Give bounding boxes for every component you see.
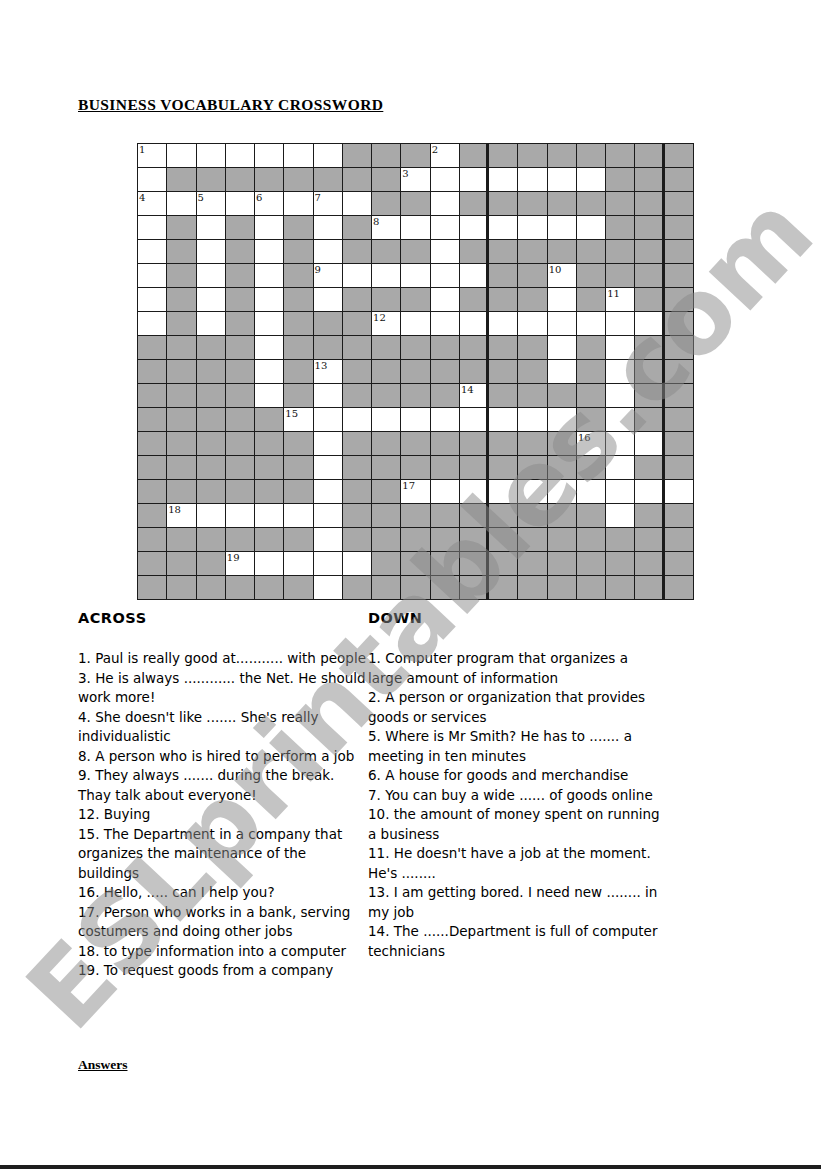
letter-cell[interactable] bbox=[197, 504, 226, 528]
letter-cell[interactable] bbox=[138, 312, 167, 336]
block-cell bbox=[343, 504, 372, 528]
clue-item: 5. Where is Mr Smith? He has to ....... … bbox=[368, 727, 664, 766]
letter-cell[interactable] bbox=[548, 216, 577, 240]
block-cell bbox=[431, 360, 460, 384]
letter-cell[interactable] bbox=[518, 168, 547, 192]
block-cell bbox=[401, 336, 430, 360]
clue-item: 1. Paul is really good at........... wit… bbox=[78, 649, 366, 669]
block-cell bbox=[489, 456, 518, 480]
letter-cell[interactable] bbox=[548, 168, 577, 192]
block-cell bbox=[518, 576, 547, 600]
letter-cell[interactable] bbox=[197, 144, 226, 168]
letter-cell[interactable] bbox=[431, 408, 460, 432]
letter-cell[interactable]: 18 bbox=[167, 504, 196, 528]
block-cell bbox=[284, 312, 313, 336]
block-cell bbox=[167, 432, 196, 456]
letter-cell[interactable] bbox=[197, 312, 226, 336]
block-cell bbox=[226, 288, 255, 312]
block-cell bbox=[548, 504, 577, 528]
letter-cell[interactable] bbox=[606, 384, 635, 408]
block-cell bbox=[197, 456, 226, 480]
block-cell bbox=[635, 264, 664, 288]
clue-number: 17 bbox=[402, 480, 415, 491]
block-cell bbox=[635, 192, 664, 216]
block-cell bbox=[226, 216, 255, 240]
letter-cell[interactable] bbox=[606, 336, 635, 360]
block-cell bbox=[343, 240, 372, 264]
letter-cell[interactable] bbox=[401, 216, 430, 240]
clue-item: 15. The Department in a company that org… bbox=[78, 825, 366, 884]
block-cell bbox=[372, 432, 401, 456]
block-cell bbox=[343, 336, 372, 360]
letter-cell[interactable] bbox=[314, 456, 343, 480]
clue-number: 3 bbox=[402, 168, 408, 179]
block-cell bbox=[255, 432, 284, 456]
block-cell bbox=[343, 528, 372, 552]
block-cell bbox=[665, 384, 694, 408]
block-cell bbox=[460, 576, 489, 600]
letter-cell[interactable] bbox=[372, 408, 401, 432]
letter-cell[interactable] bbox=[548, 360, 577, 384]
down-clue-list: 1. Computer program that organizes a lar… bbox=[368, 649, 664, 961]
letter-cell[interactable] bbox=[635, 480, 664, 504]
block-cell bbox=[372, 288, 401, 312]
letter-cell[interactable] bbox=[431, 288, 460, 312]
letter-cell[interactable] bbox=[138, 288, 167, 312]
letter-cell[interactable] bbox=[314, 552, 343, 576]
letter-cell[interactable] bbox=[255, 312, 284, 336]
letter-cell[interactable] bbox=[343, 264, 372, 288]
letter-cell[interactable] bbox=[255, 504, 284, 528]
block-cell bbox=[167, 336, 196, 360]
letter-cell[interactable] bbox=[460, 216, 489, 240]
letter-cell[interactable] bbox=[197, 288, 226, 312]
letter-cell[interactable] bbox=[577, 480, 606, 504]
letter-cell[interactable] bbox=[167, 192, 196, 216]
letter-cell[interactable] bbox=[489, 480, 518, 504]
block-cell bbox=[284, 432, 313, 456]
block-cell bbox=[665, 432, 694, 456]
block-cell bbox=[167, 528, 196, 552]
letter-cell[interactable] bbox=[606, 360, 635, 384]
clue-number: 1 bbox=[139, 144, 145, 155]
letter-cell[interactable]: 4 bbox=[138, 192, 167, 216]
letter-cell[interactable] bbox=[255, 336, 284, 360]
block-cell bbox=[343, 216, 372, 240]
letter-cell[interactable] bbox=[255, 384, 284, 408]
letter-cell[interactable] bbox=[548, 312, 577, 336]
block-cell bbox=[635, 504, 664, 528]
letter-cell[interactable] bbox=[255, 264, 284, 288]
block-cell bbox=[460, 360, 489, 384]
block-cell bbox=[635, 168, 664, 192]
letter-cell[interactable] bbox=[314, 480, 343, 504]
block-cell bbox=[138, 528, 167, 552]
letter-cell[interactable] bbox=[577, 312, 606, 336]
block-cell bbox=[401, 144, 430, 168]
block-cell bbox=[548, 552, 577, 576]
letter-cell[interactable] bbox=[314, 408, 343, 432]
letter-cell[interactable] bbox=[138, 240, 167, 264]
block-cell bbox=[372, 192, 401, 216]
letter-cell[interactable] bbox=[518, 312, 547, 336]
block-cell bbox=[284, 480, 313, 504]
block-cell bbox=[343, 144, 372, 168]
block-cell bbox=[548, 576, 577, 600]
block-cell bbox=[489, 144, 518, 168]
letter-cell[interactable] bbox=[489, 408, 518, 432]
block-cell bbox=[167, 168, 196, 192]
letter-cell[interactable] bbox=[314, 576, 343, 600]
letter-cell[interactable] bbox=[548, 408, 577, 432]
clue-number: 18 bbox=[168, 504, 181, 515]
block-cell bbox=[577, 456, 606, 480]
clue-number: 2 bbox=[432, 144, 438, 155]
block-cell bbox=[577, 240, 606, 264]
letter-cell[interactable] bbox=[138, 216, 167, 240]
letter-cell[interactable]: 5 bbox=[197, 192, 226, 216]
clue-item: 16. Hello, ..... can I help you? bbox=[78, 883, 366, 903]
block-cell bbox=[343, 360, 372, 384]
block-cell bbox=[284, 576, 313, 600]
letter-cell[interactable] bbox=[431, 192, 460, 216]
letter-cell[interactable] bbox=[343, 408, 372, 432]
block-cell bbox=[606, 528, 635, 552]
block-cell bbox=[606, 576, 635, 600]
block-cell bbox=[138, 576, 167, 600]
block-cell bbox=[372, 168, 401, 192]
block-cell bbox=[197, 528, 226, 552]
block-cell bbox=[489, 528, 518, 552]
letter-cell[interactable] bbox=[314, 288, 343, 312]
clue-number: 8 bbox=[373, 216, 379, 227]
block-cell bbox=[665, 312, 694, 336]
letter-cell[interactable] bbox=[314, 216, 343, 240]
block-cell bbox=[401, 360, 430, 384]
block-cell bbox=[460, 336, 489, 360]
block-cell bbox=[167, 576, 196, 600]
letter-cell[interactable] bbox=[343, 192, 372, 216]
down-header: DOWN bbox=[368, 610, 423, 626]
block-cell bbox=[577, 360, 606, 384]
letter-cell[interactable]: 1 bbox=[138, 144, 167, 168]
block-cell bbox=[635, 456, 664, 480]
letter-cell[interactable]: 8 bbox=[372, 216, 401, 240]
block-cell bbox=[401, 552, 430, 576]
clue-item: 9. They always ....... during the break.… bbox=[78, 766, 366, 805]
block-cell bbox=[635, 576, 664, 600]
letter-cell[interactable] bbox=[255, 144, 284, 168]
block-cell bbox=[665, 552, 694, 576]
letter-cell[interactable] bbox=[635, 432, 664, 456]
block-cell bbox=[635, 552, 664, 576]
clue-number: 6 bbox=[256, 192, 262, 203]
clue-item: 11. He doesn't have a job at the moment.… bbox=[368, 844, 664, 883]
letter-cell[interactable] bbox=[606, 504, 635, 528]
block-cell bbox=[372, 480, 401, 504]
letter-cell[interactable] bbox=[460, 408, 489, 432]
block-cell bbox=[343, 384, 372, 408]
letter-cell[interactable] bbox=[255, 288, 284, 312]
block-cell bbox=[138, 336, 167, 360]
block-cell bbox=[167, 312, 196, 336]
block-cell bbox=[577, 384, 606, 408]
letter-cell[interactable] bbox=[314, 528, 343, 552]
block-cell bbox=[167, 288, 196, 312]
block-cell bbox=[548, 240, 577, 264]
block-cell bbox=[197, 336, 226, 360]
letter-cell[interactable]: 7 bbox=[314, 192, 343, 216]
letter-cell[interactable] bbox=[489, 168, 518, 192]
clue-number: 9 bbox=[315, 264, 321, 275]
block-cell bbox=[665, 408, 694, 432]
block-cell bbox=[372, 576, 401, 600]
page-title: BUSINESS VOCABULARY CROSSWORD bbox=[78, 96, 383, 114]
clue-number: 16 bbox=[578, 432, 591, 443]
letter-cell[interactable] bbox=[255, 360, 284, 384]
block-cell bbox=[489, 336, 518, 360]
across-header: ACROSS bbox=[78, 610, 147, 626]
block-cell bbox=[138, 504, 167, 528]
letter-cell[interactable] bbox=[343, 552, 372, 576]
block-cell bbox=[548, 432, 577, 456]
block-cell bbox=[460, 552, 489, 576]
letter-cell[interactable]: 2 bbox=[431, 144, 460, 168]
block-cell bbox=[401, 192, 430, 216]
block-cell bbox=[431, 528, 460, 552]
block-cell bbox=[167, 240, 196, 264]
letter-cell[interactable] bbox=[167, 144, 196, 168]
block-cell bbox=[431, 456, 460, 480]
letter-cell[interactable] bbox=[255, 216, 284, 240]
letter-cell[interactable] bbox=[372, 264, 401, 288]
block-cell bbox=[518, 456, 547, 480]
letter-cell[interactable] bbox=[431, 264, 460, 288]
block-cell bbox=[255, 576, 284, 600]
letter-cell[interactable] bbox=[635, 312, 664, 336]
letter-cell[interactable] bbox=[226, 504, 255, 528]
block-cell bbox=[518, 360, 547, 384]
block-cell bbox=[606, 240, 635, 264]
block-cell bbox=[401, 576, 430, 600]
letter-cell[interactable] bbox=[460, 168, 489, 192]
letter-cell[interactable]: 13 bbox=[314, 360, 343, 384]
block-cell bbox=[372, 384, 401, 408]
letter-cell[interactable] bbox=[548, 480, 577, 504]
page-bottom-edge bbox=[0, 1165, 821, 1169]
letter-cell[interactable] bbox=[138, 264, 167, 288]
block-cell bbox=[197, 432, 226, 456]
letter-cell[interactable] bbox=[577, 216, 606, 240]
clue-item: 10. the amount of money spent on running… bbox=[368, 805, 664, 844]
letter-cell[interactable] bbox=[314, 432, 343, 456]
letter-cell[interactable] bbox=[197, 240, 226, 264]
block-cell bbox=[577, 528, 606, 552]
letter-cell[interactable]: 14 bbox=[460, 384, 489, 408]
block-cell bbox=[197, 480, 226, 504]
letter-cell[interactable] bbox=[518, 216, 547, 240]
block-cell bbox=[518, 432, 547, 456]
letter-cell[interactable] bbox=[255, 240, 284, 264]
letter-cell[interactable] bbox=[314, 504, 343, 528]
letter-cell[interactable]: 17 bbox=[401, 480, 430, 504]
block-cell bbox=[314, 336, 343, 360]
block-cell bbox=[665, 528, 694, 552]
block-cell bbox=[401, 384, 430, 408]
block-cell bbox=[284, 288, 313, 312]
block-cell bbox=[606, 552, 635, 576]
block-cell bbox=[343, 432, 372, 456]
clue-item: 1. Computer program that organizes a lar… bbox=[368, 649, 664, 688]
letter-cell[interactable]: 15 bbox=[284, 408, 313, 432]
letter-cell[interactable] bbox=[489, 312, 518, 336]
block-cell bbox=[489, 504, 518, 528]
block-cell bbox=[665, 288, 694, 312]
letter-cell[interactable] bbox=[226, 144, 255, 168]
clue-item: 17. Person who works in a bank, serving … bbox=[78, 903, 366, 942]
block-cell bbox=[167, 216, 196, 240]
letter-cell[interactable]: 10 bbox=[548, 264, 577, 288]
crossword-grid: 12345678910111213141516171819 bbox=[137, 143, 694, 600]
letter-cell[interactable] bbox=[548, 288, 577, 312]
letter-cell[interactable] bbox=[460, 480, 489, 504]
letter-cell[interactable] bbox=[197, 264, 226, 288]
letter-cell[interactable]: 9 bbox=[314, 264, 343, 288]
letter-cell[interactable] bbox=[606, 480, 635, 504]
letter-cell[interactable] bbox=[606, 312, 635, 336]
letter-cell[interactable] bbox=[401, 408, 430, 432]
letter-cell[interactable] bbox=[284, 504, 313, 528]
letter-cell[interactable] bbox=[431, 168, 460, 192]
block-cell bbox=[167, 264, 196, 288]
answers-label: Answers bbox=[78, 1057, 128, 1073]
letter-cell[interactable]: 16 bbox=[577, 432, 606, 456]
block-cell bbox=[167, 456, 196, 480]
letter-cell[interactable]: 12 bbox=[372, 312, 401, 336]
letter-cell[interactable]: 19 bbox=[226, 552, 255, 576]
letter-cell[interactable] bbox=[197, 216, 226, 240]
block-cell bbox=[548, 528, 577, 552]
letter-cell[interactable] bbox=[431, 240, 460, 264]
block-cell bbox=[401, 504, 430, 528]
block-cell bbox=[577, 408, 606, 432]
block-cell bbox=[138, 432, 167, 456]
letter-cell[interactable] bbox=[138, 168, 167, 192]
letter-cell[interactable] bbox=[548, 336, 577, 360]
block-cell bbox=[518, 144, 547, 168]
block-cell bbox=[548, 384, 577, 408]
clue-number: 13 bbox=[315, 360, 328, 371]
letter-cell[interactable] bbox=[314, 384, 343, 408]
worksheet-page: BUSINESS VOCABULARY CROSSWORD 1234567891… bbox=[0, 0, 821, 1169]
block-cell bbox=[460, 144, 489, 168]
letter-cell[interactable] bbox=[577, 168, 606, 192]
clue-number: 5 bbox=[198, 192, 204, 203]
clue-number: 12 bbox=[373, 312, 386, 323]
letter-cell[interactable] bbox=[431, 312, 460, 336]
letter-cell[interactable]: 11 bbox=[606, 288, 635, 312]
clue-item: 3. He is always ............ the Net. He… bbox=[78, 669, 366, 708]
block-cell bbox=[606, 216, 635, 240]
letter-cell[interactable] bbox=[284, 552, 313, 576]
across-clue-list: 1. Paul is really good at........... wit… bbox=[78, 649, 366, 981]
block-cell bbox=[343, 312, 372, 336]
block-cell bbox=[197, 384, 226, 408]
block-cell bbox=[372, 336, 401, 360]
block-cell bbox=[226, 528, 255, 552]
block-cell bbox=[577, 552, 606, 576]
letter-cell[interactable] bbox=[606, 456, 635, 480]
letter-cell[interactable] bbox=[489, 216, 518, 240]
block-cell bbox=[489, 288, 518, 312]
block-cell bbox=[635, 360, 664, 384]
clue-item: 8. A person who is hired to perform a jo… bbox=[78, 747, 366, 767]
block-cell bbox=[138, 480, 167, 504]
block-cell bbox=[138, 552, 167, 576]
letter-cell[interactable] bbox=[606, 408, 635, 432]
letter-cell[interactable] bbox=[431, 480, 460, 504]
block-cell bbox=[489, 384, 518, 408]
letter-cell[interactable] bbox=[401, 264, 430, 288]
block-cell bbox=[489, 360, 518, 384]
letter-cell[interactable] bbox=[665, 480, 694, 504]
block-cell bbox=[343, 456, 372, 480]
letter-cell[interactable] bbox=[226, 192, 255, 216]
letter-cell[interactable] bbox=[518, 480, 547, 504]
block-cell bbox=[635, 216, 664, 240]
block-cell bbox=[167, 552, 196, 576]
block-cell bbox=[255, 456, 284, 480]
block-cell bbox=[284, 240, 313, 264]
block-cell bbox=[518, 384, 547, 408]
block-cell bbox=[197, 576, 226, 600]
block-cell bbox=[665, 168, 694, 192]
block-cell bbox=[343, 168, 372, 192]
letter-cell[interactable] bbox=[606, 432, 635, 456]
letter-cell[interactable]: 6 bbox=[255, 192, 284, 216]
block-cell bbox=[138, 408, 167, 432]
block-cell bbox=[372, 240, 401, 264]
letter-cell[interactable] bbox=[314, 144, 343, 168]
letter-cell[interactable] bbox=[284, 192, 313, 216]
block-cell bbox=[138, 360, 167, 384]
block-cell bbox=[401, 288, 430, 312]
block-cell bbox=[431, 384, 460, 408]
block-cell bbox=[606, 192, 635, 216]
block-cell bbox=[314, 312, 343, 336]
letter-cell[interactable] bbox=[314, 240, 343, 264]
letter-cell[interactable] bbox=[460, 264, 489, 288]
block-cell bbox=[284, 456, 313, 480]
block-cell bbox=[665, 336, 694, 360]
block-cell bbox=[606, 264, 635, 288]
block-cell bbox=[665, 264, 694, 288]
letter-cell[interactable]: 3 bbox=[401, 168, 430, 192]
block-cell bbox=[372, 528, 401, 552]
letter-cell[interactable] bbox=[460, 312, 489, 336]
block-cell bbox=[518, 504, 547, 528]
letter-cell[interactable] bbox=[255, 552, 284, 576]
letter-cell[interactable] bbox=[401, 312, 430, 336]
block-cell bbox=[460, 432, 489, 456]
block-cell bbox=[226, 480, 255, 504]
letter-cell[interactable] bbox=[431, 216, 460, 240]
clue-item: 18. to type information into a computer bbox=[78, 942, 366, 962]
block-cell bbox=[167, 480, 196, 504]
letter-cell[interactable] bbox=[518, 408, 547, 432]
letter-cell[interactable] bbox=[284, 144, 313, 168]
block-cell bbox=[226, 456, 255, 480]
